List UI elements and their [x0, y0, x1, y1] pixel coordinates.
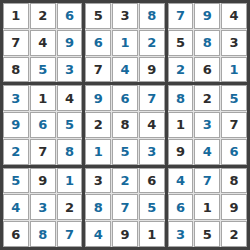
cell-r8c7[interactable]: 6 — [168, 194, 194, 220]
cell-r6c4[interactable]: 1 — [85, 139, 111, 165]
cell-r8c6[interactable]: 5 — [139, 194, 165, 220]
cell-r2c3[interactable]: 9 — [57, 30, 83, 56]
cell-r6c9[interactable]: 6 — [221, 139, 247, 165]
cell-r1c4[interactable]: 5 — [85, 3, 111, 29]
cell-r8c8[interactable]: 1 — [194, 194, 220, 220]
cell-r9c3[interactable]: 7 — [57, 221, 83, 247]
cell-r4c6[interactable]: 7 — [139, 85, 165, 111]
cell-r9c2[interactable]: 8 — [30, 221, 56, 247]
sudoku-box-3: 794583261 — [168, 3, 247, 82]
cell-r9c1[interactable]: 6 — [3, 221, 29, 247]
cell-r6c7[interactable]: 9 — [168, 139, 194, 165]
cell-r2c6[interactable]: 2 — [139, 30, 165, 56]
cell-r5c3[interactable]: 5 — [57, 112, 83, 138]
cell-r7c6[interactable]: 6 — [139, 168, 165, 194]
sudoku-box-5: 967284153 — [85, 85, 164, 164]
cell-r9c4[interactable]: 4 — [85, 221, 111, 247]
cell-r6c5[interactable]: 5 — [112, 139, 138, 165]
cell-r1c3[interactable]: 6 — [57, 3, 83, 29]
cell-r6c2[interactable]: 7 — [30, 139, 56, 165]
cell-r8c9[interactable]: 9 — [221, 194, 247, 220]
cell-r1c9[interactable]: 4 — [221, 3, 247, 29]
cell-r7c3[interactable]: 1 — [57, 168, 83, 194]
cell-r2c9[interactable]: 3 — [221, 30, 247, 56]
cell-r7c5[interactable]: 2 — [112, 168, 138, 194]
cell-r4c3[interactable]: 4 — [57, 85, 83, 111]
cell-r4c8[interactable]: 2 — [194, 85, 220, 111]
cell-r8c5[interactable]: 7 — [112, 194, 138, 220]
cell-r8c1[interactable]: 4 — [3, 194, 29, 220]
cell-r6c1[interactable]: 2 — [3, 139, 29, 165]
cell-r3c9[interactable]: 1 — [221, 57, 247, 83]
cell-r5c4[interactable]: 2 — [85, 112, 111, 138]
cell-r9c5[interactable]: 9 — [112, 221, 138, 247]
cell-r5c8[interactable]: 3 — [194, 112, 220, 138]
cell-r2c4[interactable]: 6 — [85, 30, 111, 56]
cell-r4c7[interactable]: 8 — [168, 85, 194, 111]
cell-r4c5[interactable]: 6 — [112, 85, 138, 111]
cell-r5c2[interactable]: 6 — [30, 112, 56, 138]
cell-r7c8[interactable]: 7 — [194, 168, 220, 194]
cell-r7c2[interactable]: 9 — [30, 168, 56, 194]
cell-r9c8[interactable]: 5 — [194, 221, 220, 247]
cell-r6c6[interactable]: 3 — [139, 139, 165, 165]
cell-r5c6[interactable]: 4 — [139, 112, 165, 138]
cell-r9c6[interactable]: 1 — [139, 221, 165, 247]
cell-r2c2[interactable]: 4 — [30, 30, 56, 56]
cell-r2c8[interactable]: 8 — [194, 30, 220, 56]
cell-r3c4[interactable]: 7 — [85, 57, 111, 83]
cell-r3c3[interactable]: 3 — [57, 57, 83, 83]
cell-r7c7[interactable]: 4 — [168, 168, 194, 194]
cell-r6c3[interactable]: 8 — [57, 139, 83, 165]
cell-r3c7[interactable]: 2 — [168, 57, 194, 83]
cell-r4c1[interactable]: 3 — [3, 85, 29, 111]
sudoku-board: 1267498535386127497945832613149652789672… — [0, 0, 250, 250]
cell-r3c2[interactable]: 5 — [30, 57, 56, 83]
cell-r7c1[interactable]: 5 — [3, 168, 29, 194]
cell-r7c9[interactable]: 8 — [221, 168, 247, 194]
cell-r2c1[interactable]: 7 — [3, 30, 29, 56]
sudoku-box-1: 126749853 — [3, 3, 82, 82]
cell-r1c2[interactable]: 2 — [30, 3, 56, 29]
cell-r1c5[interactable]: 3 — [112, 3, 138, 29]
cell-r6c8[interactable]: 4 — [194, 139, 220, 165]
cell-r2c5[interactable]: 1 — [112, 30, 138, 56]
cell-r3c1[interactable]: 8 — [3, 57, 29, 83]
cell-r5c5[interactable]: 8 — [112, 112, 138, 138]
cell-r1c8[interactable]: 9 — [194, 3, 220, 29]
cell-r3c5[interactable]: 4 — [112, 57, 138, 83]
cell-r5c1[interactable]: 9 — [3, 112, 29, 138]
cell-r9c9[interactable]: 2 — [221, 221, 247, 247]
cell-r5c7[interactable]: 1 — [168, 112, 194, 138]
sudoku-box-4: 314965278 — [3, 85, 82, 164]
sudoku-box-9: 478619352 — [168, 168, 247, 247]
sudoku-box-2: 538612749 — [85, 3, 164, 82]
cell-r9c7[interactable]: 3 — [168, 221, 194, 247]
cell-r4c9[interactable]: 5 — [221, 85, 247, 111]
cell-r1c1[interactable]: 1 — [3, 3, 29, 29]
cell-r8c4[interactable]: 8 — [85, 194, 111, 220]
cell-r8c3[interactable]: 2 — [57, 194, 83, 220]
cell-r5c9[interactable]: 7 — [221, 112, 247, 138]
cell-r1c7[interactable]: 7 — [168, 3, 194, 29]
cell-r4c4[interactable]: 9 — [85, 85, 111, 111]
cell-r8c2[interactable]: 3 — [30, 194, 56, 220]
cell-r1c6[interactable]: 8 — [139, 3, 165, 29]
cell-r3c6[interactable]: 9 — [139, 57, 165, 83]
cell-r3c8[interactable]: 6 — [194, 57, 220, 83]
sudoku-box-7: 591432687 — [3, 168, 82, 247]
cell-r2c7[interactable]: 5 — [168, 30, 194, 56]
sudoku-box-6: 825137946 — [168, 85, 247, 164]
cell-r7c4[interactable]: 3 — [85, 168, 111, 194]
sudoku-box-8: 326875491 — [85, 168, 164, 247]
cell-r4c2[interactable]: 1 — [30, 85, 56, 111]
